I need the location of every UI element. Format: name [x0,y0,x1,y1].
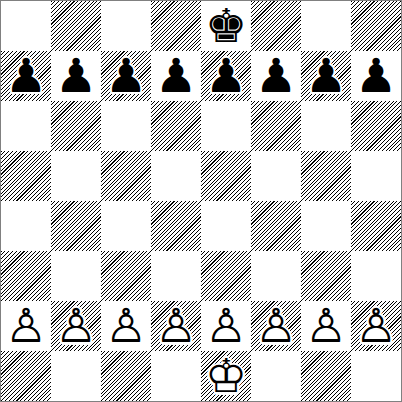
white-piece-outline: ♙ [251,301,301,351]
square-d6[interactable] [151,101,201,151]
square-d1[interactable] [151,351,201,401]
square-a5[interactable] [1,151,51,201]
square-b7[interactable]: ♟ [51,51,101,101]
square-h1[interactable] [351,351,401,401]
piece-white-pawn: ♟♙ [351,301,401,351]
square-a4[interactable] [1,201,51,251]
square-h5[interactable] [351,151,401,201]
square-g3[interactable] [301,251,351,301]
piece-black-pawn: ♟ [301,51,351,101]
square-d3[interactable] [151,251,201,301]
square-b6[interactable] [51,101,101,151]
piece-white-pawn: ♟♙ [251,301,301,351]
square-b1[interactable] [51,351,101,401]
square-g1[interactable] [301,351,351,401]
square-f8[interactable] [251,1,301,51]
square-c1[interactable] [101,351,151,401]
square-a8[interactable] [1,1,51,51]
square-c4[interactable] [101,201,151,251]
square-g5[interactable] [301,151,351,201]
piece-black-pawn: ♟ [351,51,401,101]
square-f1[interactable] [251,351,301,401]
square-b3[interactable] [51,251,101,301]
square-d8[interactable] [151,1,201,51]
white-piece-outline: ♙ [201,301,251,351]
square-a6[interactable] [1,101,51,151]
square-e1[interactable]: ♚♔ [201,351,251,401]
square-g2[interactable]: ♟♙ [301,301,351,351]
piece-black-pawn: ♟ [251,51,301,101]
piece-white-pawn: ♟♙ [301,301,351,351]
square-b4[interactable] [51,201,101,251]
square-h7[interactable]: ♟ [351,51,401,101]
square-c6[interactable] [101,101,151,151]
square-e8[interactable]: ♚ [201,1,251,51]
square-g4[interactable] [301,201,351,251]
square-c3[interactable] [101,251,151,301]
square-c5[interactable] [101,151,151,201]
piece-black-pawn: ♟ [201,51,251,101]
white-piece-outline: ♙ [1,301,51,351]
square-d7[interactable]: ♟ [151,51,201,101]
white-piece-outline: ♙ [301,301,351,351]
piece-black-pawn: ♟ [101,51,151,101]
square-h6[interactable] [351,101,401,151]
square-d4[interactable] [151,201,201,251]
piece-white-pawn: ♟♙ [151,301,201,351]
square-a3[interactable] [1,251,51,301]
square-e5[interactable] [201,151,251,201]
square-g8[interactable] [301,1,351,51]
white-piece-outline: ♙ [151,301,201,351]
square-a7[interactable]: ♟ [1,51,51,101]
chess-board: ♚♟♟♟♟♟♟♟♟♟♙♟♙♟♙♟♙♟♙♟♙♟♙♟♙♚♔ [0,0,402,402]
square-e6[interactable] [201,101,251,151]
square-e3[interactable] [201,251,251,301]
square-a2[interactable]: ♟♙ [1,301,51,351]
square-d2[interactable]: ♟♙ [151,301,201,351]
square-f2[interactable]: ♟♙ [251,301,301,351]
square-c7[interactable]: ♟ [101,51,151,101]
piece-white-pawn: ♟♙ [201,301,251,351]
piece-white-pawn: ♟♙ [101,301,151,351]
square-h2[interactable]: ♟♙ [351,301,401,351]
piece-black-pawn: ♟ [151,51,201,101]
square-b8[interactable] [51,1,101,51]
piece-white-pawn: ♟♙ [1,301,51,351]
white-piece-outline: ♙ [101,301,151,351]
square-f3[interactable] [251,251,301,301]
square-f6[interactable] [251,101,301,151]
square-e4[interactable] [201,201,251,251]
square-b5[interactable] [51,151,101,201]
square-g7[interactable]: ♟ [301,51,351,101]
white-piece-outline: ♙ [351,301,401,351]
square-b2[interactable]: ♟♙ [51,301,101,351]
square-h3[interactable] [351,251,401,301]
square-c8[interactable] [101,1,151,51]
square-f5[interactable] [251,151,301,201]
square-h4[interactable] [351,201,401,251]
square-e2[interactable]: ♟♙ [201,301,251,351]
square-d5[interactable] [151,151,201,201]
piece-white-king: ♚♔ [201,351,251,401]
white-piece-outline: ♔ [201,351,251,401]
piece-black-pawn: ♟ [51,51,101,101]
square-f4[interactable] [251,201,301,251]
white-piece-outline: ♙ [51,301,101,351]
piece-white-pawn: ♟♙ [51,301,101,351]
square-f7[interactable]: ♟ [251,51,301,101]
square-g6[interactable] [301,101,351,151]
square-c2[interactable]: ♟♙ [101,301,151,351]
square-a1[interactable] [1,351,51,401]
square-h8[interactable] [351,1,401,51]
piece-black-pawn: ♟ [1,51,51,101]
piece-black-king: ♚ [201,1,251,51]
square-e7[interactable]: ♟ [201,51,251,101]
